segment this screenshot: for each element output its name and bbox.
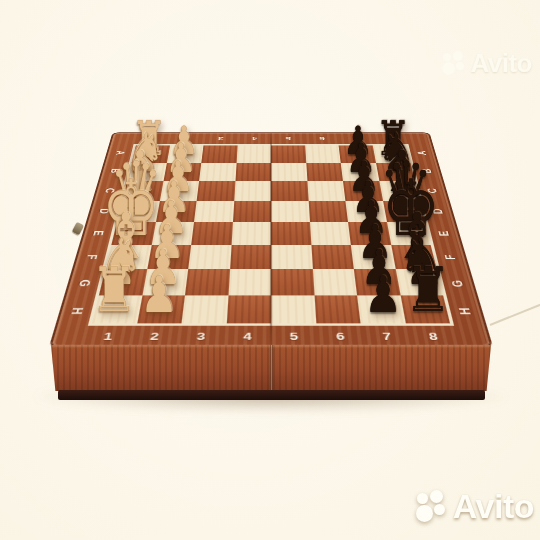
square-g3	[185, 269, 230, 295]
square-e7	[348, 222, 391, 245]
watermark-text: Avito	[470, 48, 532, 79]
square-e4	[231, 222, 271, 245]
square-c3	[197, 181, 235, 201]
board-front-edge	[51, 345, 491, 391]
coord-label-d: D	[417, 204, 459, 218]
square-f6	[311, 245, 354, 269]
square-f5	[271, 245, 312, 269]
square-g5	[271, 269, 314, 295]
square-c2	[159, 181, 199, 201]
coord-label-h: H	[441, 301, 491, 320]
coord-label-7: 7	[363, 326, 413, 347]
coord-label-g: G	[434, 274, 482, 292]
coord-label-1: 1	[83, 326, 134, 347]
coord-label-f: F	[428, 249, 474, 265]
watermark-text: Avito	[453, 487, 534, 526]
coord-label-c: C	[89, 184, 130, 197]
square-d2	[156, 201, 197, 222]
square-g4	[228, 269, 271, 295]
square-g6	[312, 269, 357, 295]
square-b4	[235, 163, 271, 181]
coord-label-8: 8	[408, 326, 459, 347]
square-a3	[201, 145, 237, 162]
coord-label-a: A	[403, 147, 441, 159]
coord-label-5: 5	[271, 326, 318, 347]
coord-label-f: F	[68, 249, 114, 265]
square-h3	[181, 295, 228, 323]
coord-label-5: 5	[271, 133, 305, 144]
coord-label-3: 3	[177, 326, 225, 347]
coord-label-6: 6	[317, 326, 365, 347]
square-d6	[308, 201, 348, 222]
square-h4	[226, 295, 271, 323]
square-h5	[271, 295, 316, 323]
square-d4	[233, 201, 272, 222]
product-photo: 12345678 12345678 ABCDEFGH ABCDEFGH ♜♞♝♛…	[0, 0, 540, 540]
square-a4	[236, 145, 271, 162]
coord-label-b: B	[95, 165, 134, 177]
watermark-top-right: Avito	[442, 48, 532, 79]
square-c7	[343, 181, 383, 201]
square-f7	[351, 245, 395, 269]
square-a6	[305, 145, 341, 162]
coord-label-h: H	[51, 301, 101, 320]
rank-labels-near: 12345678	[83, 326, 460, 347]
board-bottom-edge	[58, 390, 485, 400]
square-e5	[271, 222, 311, 245]
chess-board: 12345678 12345678 ABCDEFGH ABCDEFGH	[52, 133, 491, 346]
square-a7	[339, 145, 376, 162]
square-d7	[345, 201, 386, 222]
rank-labels-far: 12345678	[134, 133, 409, 144]
square-a2	[166, 145, 203, 162]
square-h2	[137, 295, 185, 323]
board-fold-seam	[270, 133, 272, 346]
coord-label-g: G	[60, 274, 108, 292]
coord-label-2: 2	[130, 326, 180, 347]
square-b7	[341, 163, 379, 181]
front-fold-seam	[270, 345, 273, 391]
square-g2	[142, 269, 188, 295]
watermark-bottom-right: Avito	[416, 487, 534, 526]
square-d5	[271, 201, 310, 222]
square-c6	[307, 181, 345, 201]
coord-label-2: 2	[168, 133, 204, 144]
square-d3	[194, 201, 234, 222]
coord-label-a: A	[101, 147, 139, 159]
square-h6	[314, 295, 361, 323]
avito-logo-icon	[442, 51, 468, 77]
square-c5	[271, 181, 308, 201]
coord-label-8: 8	[372, 133, 408, 144]
coord-label-b: B	[408, 165, 447, 177]
board-frame: 12345678 12345678 ABCDEFGH ABCDEFGH	[52, 133, 491, 346]
coord-label-3: 3	[202, 133, 237, 144]
square-g7	[354, 269, 400, 295]
square-f4	[230, 245, 271, 269]
square-e6	[310, 222, 351, 245]
square-h7	[357, 295, 405, 323]
square-f2	[147, 245, 191, 269]
coord-label-c: C	[412, 184, 453, 197]
coord-label-4: 4	[237, 133, 271, 144]
square-b3	[199, 163, 236, 181]
coord-label-7: 7	[338, 133, 374, 144]
square-f3	[188, 245, 231, 269]
square-e2	[151, 222, 194, 245]
avito-logo-icon	[416, 490, 450, 524]
coord-label-1: 1	[134, 133, 170, 144]
coord-label-d: D	[83, 204, 125, 218]
square-b6	[306, 163, 343, 181]
square-a5	[271, 145, 306, 162]
background-table-edge	[490, 303, 540, 326]
square-b2	[163, 163, 201, 181]
coord-label-e: E	[422, 226, 466, 241]
square-c4	[234, 181, 271, 201]
coord-label-6: 6	[305, 133, 340, 144]
square-b5	[271, 163, 307, 181]
square-e3	[191, 222, 232, 245]
coord-label-4: 4	[224, 326, 271, 347]
